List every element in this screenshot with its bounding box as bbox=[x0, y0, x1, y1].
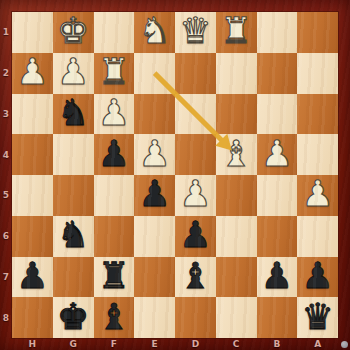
piece-black-knight[interactable]: ♞ bbox=[57, 217, 89, 253]
square-a5[interactable]: ♟ bbox=[297, 175, 338, 216]
piece-white-queen[interactable]: ♛ bbox=[179, 13, 211, 49]
square-e2[interactable] bbox=[134, 53, 175, 94]
square-f3[interactable]: ♟ bbox=[94, 94, 135, 135]
piece-white-pawn[interactable]: ♟ bbox=[301, 176, 333, 212]
chessboard: ♚♞♛♜♟♟♜♞♟♟♟♝♟♟♟♟♞♟♟♜♝♟♟♚♝♛ 12345678HGFED… bbox=[0, 0, 350, 350]
square-h1[interactable] bbox=[12, 12, 53, 53]
square-h2[interactable]: ♟ bbox=[12, 53, 53, 94]
square-d2[interactable] bbox=[175, 53, 216, 94]
square-h7[interactable]: ♟ bbox=[12, 257, 53, 298]
square-h5[interactable] bbox=[12, 175, 53, 216]
square-e6[interactable] bbox=[134, 216, 175, 257]
square-d4[interactable] bbox=[175, 134, 216, 175]
square-f7[interactable]: ♜ bbox=[94, 257, 135, 298]
piece-black-pawn[interactable]: ♟ bbox=[16, 258, 48, 294]
square-b7[interactable]: ♟ bbox=[257, 257, 298, 298]
square-e7[interactable] bbox=[134, 257, 175, 298]
square-g7[interactable] bbox=[53, 257, 94, 298]
piece-black-pawn[interactable]: ♟ bbox=[261, 258, 293, 294]
square-b4[interactable]: ♟ bbox=[257, 134, 298, 175]
piece-white-pawn[interactable]: ♟ bbox=[98, 95, 130, 131]
piece-black-rook[interactable]: ♜ bbox=[98, 258, 130, 294]
piece-white-bishop[interactable]: ♝ bbox=[220, 136, 252, 172]
square-h3[interactable] bbox=[12, 94, 53, 135]
square-c8[interactable] bbox=[216, 297, 257, 338]
square-d7[interactable]: ♝ bbox=[175, 257, 216, 298]
piece-white-rook[interactable]: ♜ bbox=[98, 54, 130, 90]
piece-black-pawn[interactable]: ♟ bbox=[301, 258, 333, 294]
square-c1[interactable]: ♜ bbox=[216, 12, 257, 53]
square-e4[interactable]: ♟ bbox=[134, 134, 175, 175]
piece-black-bishop[interactable]: ♝ bbox=[179, 258, 211, 294]
square-a7[interactable]: ♟ bbox=[297, 257, 338, 298]
square-a1[interactable] bbox=[297, 12, 338, 53]
piece-black-pawn[interactable]: ♟ bbox=[179, 217, 211, 253]
square-g2[interactable]: ♟ bbox=[53, 53, 94, 94]
square-f6[interactable] bbox=[94, 216, 135, 257]
square-f5[interactable] bbox=[94, 175, 135, 216]
square-d1[interactable]: ♛ bbox=[175, 12, 216, 53]
square-a8[interactable]: ♛ bbox=[297, 297, 338, 338]
square-g6[interactable]: ♞ bbox=[53, 216, 94, 257]
piece-black-king[interactable]: ♚ bbox=[57, 299, 89, 335]
square-f1[interactable] bbox=[94, 12, 135, 53]
square-e1[interactable]: ♞ bbox=[134, 12, 175, 53]
square-f8[interactable]: ♝ bbox=[94, 297, 135, 338]
square-a6[interactable] bbox=[297, 216, 338, 257]
piece-white-pawn[interactable]: ♟ bbox=[179, 176, 211, 212]
square-a2[interactable] bbox=[297, 53, 338, 94]
square-h6[interactable] bbox=[12, 216, 53, 257]
piece-black-pawn[interactable]: ♟ bbox=[98, 136, 130, 172]
watermark-dot bbox=[341, 341, 348, 348]
square-a3[interactable] bbox=[297, 94, 338, 135]
piece-black-pawn[interactable]: ♟ bbox=[138, 176, 170, 212]
square-b6[interactable] bbox=[257, 216, 298, 257]
square-b1[interactable] bbox=[257, 12, 298, 53]
square-e8[interactable] bbox=[134, 297, 175, 338]
square-f2[interactable]: ♜ bbox=[94, 53, 135, 94]
square-a4[interactable] bbox=[297, 134, 338, 175]
piece-black-knight[interactable]: ♞ bbox=[57, 95, 89, 131]
square-g5[interactable] bbox=[53, 175, 94, 216]
board-grid[interactable]: ♚♞♛♜♟♟♜♞♟♟♟♝♟♟♟♟♞♟♟♜♝♟♟♚♝♛ bbox=[12, 12, 338, 338]
square-c3[interactable] bbox=[216, 94, 257, 135]
square-c4[interactable]: ♝ bbox=[216, 134, 257, 175]
piece-black-queen[interactable]: ♛ bbox=[301, 299, 333, 335]
square-g1[interactable]: ♚ bbox=[53, 12, 94, 53]
square-h8[interactable] bbox=[12, 297, 53, 338]
square-f4[interactable]: ♟ bbox=[94, 134, 135, 175]
piece-white-knight[interactable]: ♞ bbox=[138, 13, 170, 49]
square-d6[interactable]: ♟ bbox=[175, 216, 216, 257]
square-d5[interactable]: ♟ bbox=[175, 175, 216, 216]
square-c2[interactable] bbox=[216, 53, 257, 94]
square-b8[interactable] bbox=[257, 297, 298, 338]
square-g3[interactable]: ♞ bbox=[53, 94, 94, 135]
square-b5[interactable] bbox=[257, 175, 298, 216]
square-c7[interactable] bbox=[216, 257, 257, 298]
square-d8[interactable] bbox=[175, 297, 216, 338]
square-d3[interactable] bbox=[175, 94, 216, 135]
square-e3[interactable] bbox=[134, 94, 175, 135]
square-c5[interactable] bbox=[216, 175, 257, 216]
square-b3[interactable] bbox=[257, 94, 298, 135]
piece-white-pawn[interactable]: ♟ bbox=[138, 136, 170, 172]
square-h4[interactable] bbox=[12, 134, 53, 175]
piece-white-pawn[interactable]: ♟ bbox=[261, 136, 293, 172]
square-g4[interactable] bbox=[53, 134, 94, 175]
square-b2[interactable] bbox=[257, 53, 298, 94]
piece-white-rook[interactable]: ♜ bbox=[220, 13, 252, 49]
square-c6[interactable] bbox=[216, 216, 257, 257]
piece-white-pawn[interactable]: ♟ bbox=[57, 54, 89, 90]
piece-white-king[interactable]: ♚ bbox=[57, 13, 89, 49]
square-e5[interactable]: ♟ bbox=[134, 175, 175, 216]
piece-black-bishop[interactable]: ♝ bbox=[98, 299, 130, 335]
piece-white-pawn[interactable]: ♟ bbox=[16, 54, 48, 90]
square-g8[interactable]: ♚ bbox=[53, 297, 94, 338]
